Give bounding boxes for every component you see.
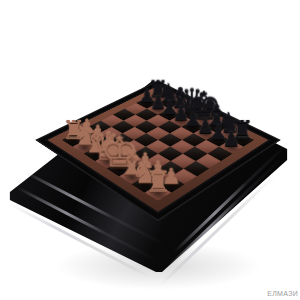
board-scene: ♜♞♝♛♚♝♞♜♟♟♟♟♟♟♟♟♟♟♟♟♟♟♟♟♜♞♝♛♚♝♞♜ — [0, 0, 300, 300]
product-photo: ♜♞♝♛♚♝♞♜♟♟♟♟♟♟♟♟♟♟♟♟♟♟♟♟♜♞♝♛♚♝♞♜ ЕЛМАЗИ — [0, 0, 300, 300]
white-rook-glyph: ♜ — [145, 166, 171, 195]
chess-board: ♜♞♝♛♚♝♞♜♟♟♟♟♟♟♟♟♟♟♟♟♟♟♟♟♜♞♝♛♚♝♞♜ — [45, 85, 271, 214]
watermark: ЕЛМАЗИ — [267, 290, 298, 297]
black-pawn-glyph: ♟ — [222, 129, 240, 149]
